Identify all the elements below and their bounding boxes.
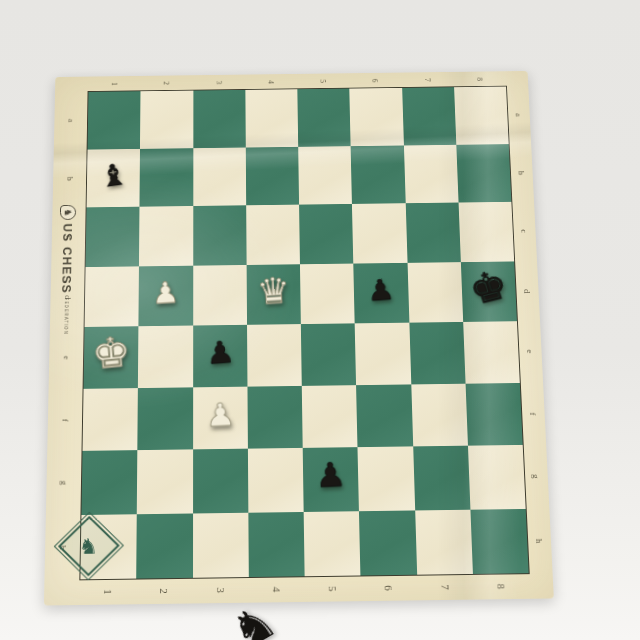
square-a7 [402,87,456,145]
square-a2 [140,91,193,149]
square-h6 [359,510,417,576]
square-b4 [246,146,300,205]
square-b5 [298,146,352,205]
square-d3 [193,265,247,326]
piece-white-pawn-d2: ♟ [151,277,180,308]
piece-white-queen-d4: ♛ [256,272,292,309]
square-a3 [193,90,246,148]
square-a6 [350,88,404,146]
logo-brand-text: US CHESS [60,223,76,294]
square-e5 [301,323,356,385]
square-c7 [405,203,460,263]
square-e2 [138,326,193,388]
square-c1 [86,207,140,267]
piece-white-king-e1: ♚ [90,331,132,376]
square-b7 [403,144,458,203]
square-a8 [454,87,509,145]
piece-black-pawn-g5: ♟ [314,458,347,493]
square-f4 [247,385,302,448]
vinyl-chess-mat: 12345678 12345678 abcdefgh abcdefgh ♞ US… [44,71,554,606]
square-c2 [139,206,193,266]
square-g2 [137,449,193,513]
square-b8 [456,144,511,203]
square-a5 [297,89,350,147]
knight-emblem-icon: ♞ [79,534,99,559]
logo-sub-text: FEDERATION [64,298,70,335]
square-g3 [193,449,249,513]
square-h2 [136,513,192,579]
square-f5 [302,385,358,448]
square-d1 [85,266,140,327]
square-h7 [415,509,473,575]
square-g8 [468,445,526,509]
square-e6 [355,323,411,385]
square-a1 [88,91,141,149]
square-c4 [246,205,300,265]
square-f2 [138,387,193,450]
square-b3 [193,147,246,206]
square-g6 [358,446,415,510]
knight-shield-icon: ♞ [60,205,76,220]
square-e7 [409,322,465,384]
square-b6 [351,145,405,204]
square-h5 [304,511,361,577]
square-f7 [411,383,468,446]
piece-white-pawn-f3: ♟ [205,398,236,431]
square-h4 [248,511,305,577]
square-a4 [245,89,298,147]
square-b2 [140,148,193,207]
square-d7 [407,262,463,323]
square-h8 [470,508,529,573]
square-e4 [247,324,302,386]
square-c3 [193,205,247,265]
square-h3 [193,512,249,578]
square-c5 [299,204,353,264]
square-f1 [82,388,138,451]
square-g7 [413,446,470,510]
square-g4 [248,448,304,512]
photo-chess-endgame: { "game": "chess", "scene": "overhead ph… [0,0,640,640]
square-g1 [81,450,137,514]
square-c6 [352,203,407,263]
piece-black-pawn-d6: ♟ [366,274,396,305]
chess-board: ♚♟♟♟♝♛♟♟♚ [80,87,528,580]
square-e8 [463,321,520,383]
us-chess-federation-logo: ♞ US CHESS FEDERATION [50,205,85,359]
square-d5 [300,263,355,324]
piece-black-pawn-e3: ♟ [204,336,235,369]
square-c8 [458,202,514,262]
square-f8 [465,383,522,446]
square-f6 [356,384,412,447]
piece-black-bishop-b1: ♝ [97,158,130,191]
